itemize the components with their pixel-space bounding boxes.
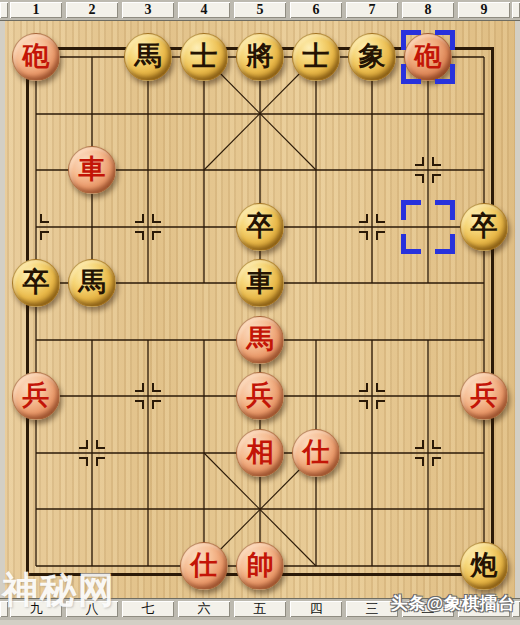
piece-black-horse[interactable]: 馬 [124, 33, 172, 81]
piece-red-general[interactable]: 帥 [236, 542, 284, 590]
piece-glyph: 車 [247, 269, 274, 296]
piece-black-soldier[interactable]: 卒 [12, 259, 60, 307]
pieces-layer: 砲馬士將士象砲車卒卒卒馬車馬兵兵兵相仕仕帥炮 [0, 0, 520, 625]
piece-glyph: 兵 [471, 382, 498, 409]
piece-black-elephant[interactable]: 象 [348, 33, 396, 81]
piece-black-cannon[interactable]: 炮 [460, 542, 508, 590]
last-move-from-marker [402, 201, 454, 253]
piece-glyph: 將 [247, 43, 274, 70]
piece-glyph: 卒 [471, 213, 498, 240]
xiangqi-board-screen: 1 2 3 4 5 6 7 8 9 砲馬士將士象砲車卒卒卒馬車馬兵兵兵相仕仕帥炮… [0, 0, 520, 625]
piece-glyph: 卒 [23, 269, 50, 296]
piece-red-soldier[interactable]: 兵 [460, 372, 508, 420]
piece-glyph: 砲 [415, 43, 442, 70]
piece-glyph: 仕 [191, 552, 218, 579]
piece-glyph: 馬 [79, 269, 106, 296]
piece-black-soldier[interactable]: 卒 [460, 203, 508, 251]
piece-glyph: 車 [79, 156, 106, 183]
piece-red-cannon[interactable]: 砲 [12, 33, 60, 81]
piece-red-chariot[interactable]: 車 [68, 146, 116, 194]
piece-black-general[interactable]: 將 [236, 33, 284, 81]
piece-red-soldier[interactable]: 兵 [236, 372, 284, 420]
piece-glyph: 相 [247, 439, 274, 466]
piece-glyph: 帥 [247, 552, 274, 579]
piece-glyph: 馬 [135, 43, 162, 70]
piece-red-advisor[interactable]: 仕 [180, 542, 228, 590]
piece-black-horse[interactable]: 馬 [68, 259, 116, 307]
piece-glyph: 砲 [23, 43, 50, 70]
piece-glyph: 炮 [471, 552, 498, 579]
piece-red-soldier[interactable]: 兵 [12, 372, 60, 420]
piece-red-horse[interactable]: 馬 [236, 316, 284, 364]
piece-glyph: 仕 [303, 439, 330, 466]
piece-glyph: 士 [191, 43, 218, 70]
piece-black-advisor[interactable]: 士 [292, 33, 340, 81]
piece-black-soldier[interactable]: 卒 [236, 203, 284, 251]
piece-glyph: 兵 [23, 382, 50, 409]
piece-black-chariot[interactable]: 車 [236, 259, 284, 307]
piece-glyph: 士 [303, 43, 330, 70]
piece-glyph: 兵 [247, 382, 274, 409]
piece-glyph: 象 [359, 43, 386, 70]
piece-red-advisor[interactable]: 仕 [292, 429, 340, 477]
piece-red-elephant[interactable]: 相 [236, 429, 284, 477]
piece-red-cannon[interactable]: 砲 [404, 33, 452, 81]
piece-glyph: 馬 [247, 326, 274, 353]
piece-glyph: 卒 [247, 213, 274, 240]
piece-black-advisor[interactable]: 士 [180, 33, 228, 81]
